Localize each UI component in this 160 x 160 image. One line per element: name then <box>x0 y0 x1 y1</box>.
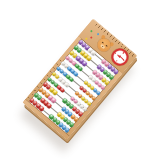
abacus-board <box>22 18 137 140</box>
confetti-dot <box>90 36 93 39</box>
clock-tick <box>122 52 124 54</box>
clock-tick <box>116 60 118 62</box>
confetti-dot <box>97 33 100 36</box>
confetti-dot <box>85 37 88 40</box>
clock-tick <box>115 52 117 54</box>
product-photo <box>0 0 160 160</box>
confetti-dot <box>90 30 93 33</box>
